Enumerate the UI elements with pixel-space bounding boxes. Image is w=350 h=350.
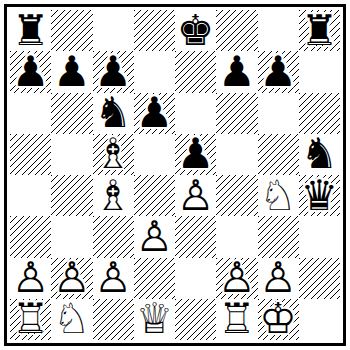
piece-black-pawn[interactable]: ♟	[51, 51, 92, 92]
square-g6[interactable]	[258, 93, 299, 134]
black-queen-glyph: ♛	[299, 175, 340, 216]
square-h4[interactable]: ♛	[299, 175, 340, 216]
piece-white-pawn[interactable]: ♟♙	[258, 258, 299, 299]
white-queen-outline: ♕	[134, 299, 175, 340]
black-pawn-glyph: ♟	[216, 51, 257, 92]
black-pawn-glyph: ♟	[51, 51, 92, 92]
square-a5[interactable]	[10, 134, 51, 175]
square-f2[interactable]: ♟♙	[216, 258, 257, 299]
square-f4[interactable]	[216, 175, 257, 216]
piece-white-pawn[interactable]: ♟♙	[10, 258, 51, 299]
piece-black-rook[interactable]: ♜	[299, 10, 340, 51]
white-rook-outline: ♖	[10, 299, 51, 340]
square-g1[interactable]: ♚♔	[258, 299, 299, 340]
square-h1[interactable]	[299, 299, 340, 340]
white-rook-outline: ♖	[216, 299, 257, 340]
square-c3[interactable]	[93, 216, 134, 257]
square-c5[interactable]: ♝♗	[93, 134, 134, 175]
piece-black-queen[interactable]: ♛	[299, 175, 340, 216]
chess-board: ♜♚♜♟♟♟♟♟♞♟♝♗♟♞♝♗♟♙♞♘♛♟♙♟♙♟♙♟♙♟♙♟♙♜♖♞♘♛♕♜…	[10, 10, 340, 340]
square-a4[interactable]	[10, 175, 51, 216]
square-g7[interactable]: ♟	[258, 51, 299, 92]
square-e1[interactable]	[175, 299, 216, 340]
square-b5[interactable]	[51, 134, 92, 175]
square-b1[interactable]: ♞♘	[51, 299, 92, 340]
square-a8[interactable]: ♜	[10, 10, 51, 51]
square-d3[interactable]: ♟♙	[134, 216, 175, 257]
piece-white-pawn[interactable]: ♟♙	[216, 258, 257, 299]
square-a7[interactable]: ♟	[10, 51, 51, 92]
square-e4[interactable]: ♟♙	[175, 175, 216, 216]
square-a3[interactable]	[10, 216, 51, 257]
piece-white-rook[interactable]: ♜♖	[10, 299, 51, 340]
square-c6[interactable]: ♞	[93, 93, 134, 134]
white-pawn-outline: ♙	[216, 258, 257, 299]
square-e7[interactable]	[175, 51, 216, 92]
white-bishop-outline: ♗	[93, 175, 134, 216]
square-e8[interactable]: ♚	[175, 10, 216, 51]
piece-white-king[interactable]: ♚♔	[258, 299, 299, 340]
square-h3[interactable]	[299, 216, 340, 257]
square-g3[interactable]	[258, 216, 299, 257]
square-a6[interactable]	[10, 93, 51, 134]
piece-black-pawn[interactable]: ♟	[134, 93, 175, 134]
square-d6[interactable]: ♟	[134, 93, 175, 134]
square-b3[interactable]	[51, 216, 92, 257]
white-pawn-outline: ♙	[175, 175, 216, 216]
square-h6[interactable]	[299, 93, 340, 134]
white-pawn-outline: ♙	[134, 216, 175, 257]
white-pawn-outline: ♙	[93, 258, 134, 299]
piece-black-knight[interactable]: ♞	[299, 134, 340, 175]
piece-black-pawn[interactable]: ♟	[175, 134, 216, 175]
black-rook-glyph: ♜	[299, 10, 340, 51]
square-b6[interactable]	[51, 93, 92, 134]
white-knight-outline: ♘	[258, 175, 299, 216]
square-g5[interactable]	[258, 134, 299, 175]
square-f3[interactable]	[216, 216, 257, 257]
square-a2[interactable]: ♟♙	[10, 258, 51, 299]
white-pawn-outline: ♙	[51, 258, 92, 299]
piece-white-pawn[interactable]: ♟♙	[175, 175, 216, 216]
square-h8[interactable]: ♜	[299, 10, 340, 51]
square-f5[interactable]	[216, 134, 257, 175]
piece-black-pawn[interactable]: ♟	[258, 51, 299, 92]
square-c1[interactable]	[93, 299, 134, 340]
square-b4[interactable]	[51, 175, 92, 216]
square-g8[interactable]	[258, 10, 299, 51]
square-g2[interactable]: ♟♙	[258, 258, 299, 299]
piece-black-rook[interactable]: ♜	[10, 10, 51, 51]
black-pawn-glyph: ♟	[10, 51, 51, 92]
square-d7[interactable]	[134, 51, 175, 92]
black-knight-glyph: ♞	[299, 134, 340, 175]
square-e5[interactable]: ♟	[175, 134, 216, 175]
square-b8[interactable]	[51, 10, 92, 51]
piece-white-queen[interactable]: ♛♕	[134, 299, 175, 340]
piece-black-pawn[interactable]: ♟	[93, 51, 134, 92]
piece-white-pawn[interactable]: ♟♙	[93, 258, 134, 299]
black-pawn-glyph: ♟	[258, 51, 299, 92]
square-d5[interactable]	[134, 134, 175, 175]
black-pawn-glyph: ♟	[175, 134, 216, 175]
white-pawn-outline: ♙	[258, 258, 299, 299]
white-king-outline: ♔	[258, 299, 299, 340]
black-pawn-glyph: ♟	[93, 51, 134, 92]
square-d4[interactable]	[134, 175, 175, 216]
piece-black-king[interactable]: ♚	[175, 10, 216, 51]
square-c7[interactable]: ♟	[93, 51, 134, 92]
square-f1[interactable]: ♜♖	[216, 299, 257, 340]
square-f8[interactable]	[216, 10, 257, 51]
black-king-glyph: ♚	[175, 10, 216, 51]
piece-white-pawn[interactable]: ♟♙	[134, 216, 175, 257]
piece-black-knight[interactable]: ♞	[93, 93, 134, 134]
square-f7[interactable]: ♟	[216, 51, 257, 92]
white-knight-outline: ♘	[51, 299, 92, 340]
square-e3[interactable]	[175, 216, 216, 257]
square-h5[interactable]: ♞	[299, 134, 340, 175]
square-c4[interactable]: ♝♗	[93, 175, 134, 216]
piece-white-knight[interactable]: ♞♘	[258, 175, 299, 216]
piece-white-bishop[interactable]: ♝♗	[93, 175, 134, 216]
piece-white-knight[interactable]: ♞♘	[51, 299, 92, 340]
piece-black-pawn[interactable]: ♟	[216, 51, 257, 92]
square-e2[interactable]	[175, 258, 216, 299]
square-g4[interactable]: ♞♘	[258, 175, 299, 216]
piece-white-pawn[interactable]: ♟♙	[51, 258, 92, 299]
square-h2[interactable]	[299, 258, 340, 299]
square-b2[interactable]: ♟♙	[51, 258, 92, 299]
square-d8[interactable]	[134, 10, 175, 51]
square-b7[interactable]: ♟	[51, 51, 92, 92]
square-a1[interactable]: ♜♖	[10, 299, 51, 340]
black-rook-glyph: ♜	[10, 10, 51, 51]
square-e6[interactable]	[175, 93, 216, 134]
square-f6[interactable]	[216, 93, 257, 134]
square-d2[interactable]	[134, 258, 175, 299]
square-c8[interactable]	[93, 10, 134, 51]
piece-white-bishop[interactable]: ♝♗	[93, 134, 134, 175]
square-d1[interactable]: ♛♕	[134, 299, 175, 340]
white-bishop-outline: ♗	[93, 134, 134, 175]
square-h7[interactable]	[299, 51, 340, 92]
black-knight-glyph: ♞	[93, 93, 134, 134]
square-c2[interactable]: ♟♙	[93, 258, 134, 299]
black-pawn-glyph: ♟	[134, 93, 175, 134]
chess-diagram: ♜♚♜♟♟♟♟♟♞♟♝♗♟♞♝♗♟♙♞♘♛♟♙♟♙♟♙♟♙♟♙♟♙♜♖♞♘♛♕♜…	[0, 0, 350, 350]
white-pawn-outline: ♙	[10, 258, 51, 299]
piece-white-rook[interactable]: ♜♖	[216, 299, 257, 340]
piece-black-pawn[interactable]: ♟	[10, 51, 51, 92]
